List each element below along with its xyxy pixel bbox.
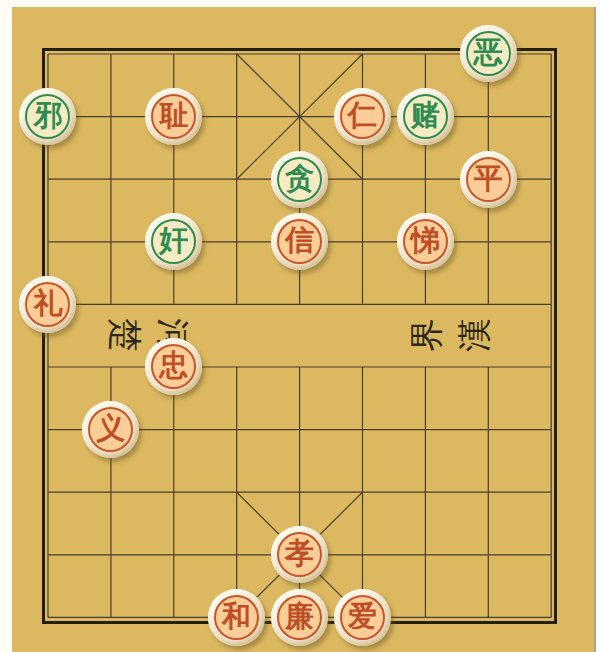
- board-background: 楚河 界漢 恶邪耻仁赌贪平奸信悌礼忠义孝和廉爱: [12, 7, 596, 652]
- board-piece[interactable]: 仁: [334, 88, 391, 145]
- board-piece[interactable]: 赌: [397, 88, 454, 145]
- board-piece[interactable]: 悌: [397, 213, 454, 270]
- piece-glyph: 平: [466, 157, 511, 202]
- board-piece[interactable]: 邪: [19, 88, 76, 145]
- board-piece[interactable]: 信: [271, 213, 328, 270]
- screenshot-root: { "game": "xiangqi-variant-virtue-vs-vic…: [0, 0, 600, 652]
- board-piece[interactable]: 贪: [271, 151, 328, 208]
- piece-glyph: 孝: [277, 532, 322, 577]
- pieces-grid: 恶邪耻仁赌贪平奸信悌礼忠义孝和廉爱: [17, 23, 583, 649]
- board-piece[interactable]: 奸: [145, 213, 202, 270]
- piece-glyph: 礼: [25, 282, 70, 327]
- piece-glyph: 邪: [25, 94, 70, 139]
- board-piece[interactable]: 礼: [19, 276, 76, 333]
- piece-glyph: 爱: [340, 595, 385, 640]
- piece-glyph: 耻: [151, 94, 196, 139]
- board-piece[interactable]: 廉: [271, 589, 328, 646]
- board-piece[interactable]: 耻: [145, 88, 202, 145]
- board-piece[interactable]: 义: [82, 401, 139, 458]
- piece-glyph: 贪: [277, 157, 322, 202]
- piece-glyph: 义: [88, 407, 133, 452]
- board-piece[interactable]: 孝: [271, 526, 328, 583]
- piece-glyph: 悌: [403, 219, 448, 264]
- board-piece[interactable]: 和: [208, 589, 265, 646]
- piece-glyph: 忠: [151, 344, 196, 389]
- piece-glyph: 赌: [403, 94, 448, 139]
- piece-glyph: 和: [214, 595, 259, 640]
- piece-glyph: 仁: [340, 94, 385, 139]
- piece-glyph: 信: [277, 219, 322, 264]
- board-piece[interactable]: 恶: [460, 25, 517, 82]
- piece-glyph: 恶: [466, 31, 511, 76]
- piece-glyph: 廉: [277, 595, 322, 640]
- piece-glyph: 奸: [151, 219, 196, 264]
- board-piece[interactable]: 爱: [334, 589, 391, 646]
- board-piece[interactable]: 平: [460, 151, 517, 208]
- board-piece[interactable]: 忠: [145, 338, 202, 395]
